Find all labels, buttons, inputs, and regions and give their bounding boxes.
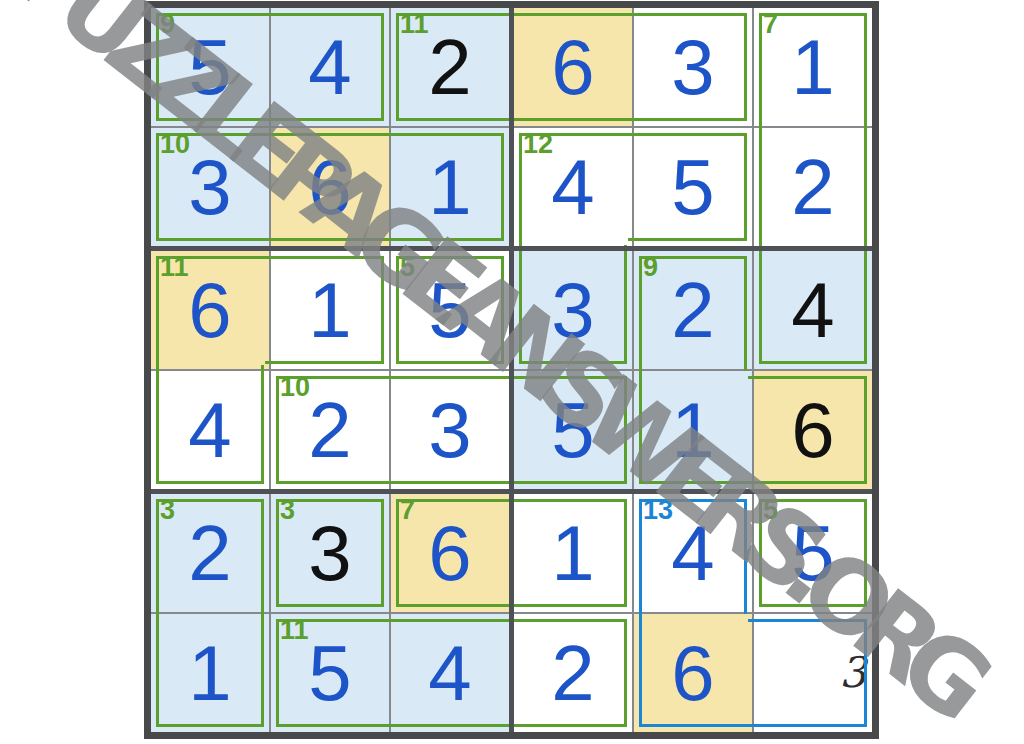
cell-r3c4[interactable]: 3 [514, 251, 632, 369]
cell-value: 1 [791, 28, 834, 106]
killer-sudoku-page: PUZZLEPAGEANSWERS.ORG 954112637110361124… [0, 0, 1024, 744]
cell-r1c3[interactable]: 112 [391, 8, 509, 126]
cell-r4c1[interactable]: 4 [151, 371, 269, 489]
cell-value: 3 [428, 391, 471, 469]
cell-value: 1 [428, 148, 471, 226]
cell-value: 1 [308, 271, 351, 349]
cell-r2c6[interactable]: 2 [754, 128, 872, 246]
cell-value: 5 [188, 28, 231, 106]
cell-r2c5[interactable]: 5 [634, 128, 752, 246]
cell-value: 5 [791, 514, 834, 592]
cage-sum: 12 [523, 131, 553, 158]
cell-r3c2[interactable]: 1 [271, 251, 389, 369]
cell-value: 2 [308, 391, 351, 469]
cage-sum: 10 [280, 374, 310, 401]
cage-sum: 11 [280, 617, 309, 644]
pencil-mark: 3 [839, 648, 866, 697]
cell-value: 6 [188, 271, 231, 349]
box-separator-vertical [509, 8, 514, 732]
cell-r2c4[interactable]: 124 [514, 128, 632, 246]
cell-r4c6[interactable]: 6 [754, 371, 872, 489]
cell-r1c2[interactable]: 4 [271, 8, 389, 126]
cell-r6c2[interactable]: 115 [271, 614, 389, 732]
cell-value: 5 [308, 634, 351, 712]
cell-value: 4 [671, 514, 714, 592]
cell-value: 1 [671, 391, 714, 469]
cage-sum: 10 [160, 131, 190, 158]
cell-value: 6 [671, 634, 714, 712]
cell-value: 1 [551, 514, 594, 592]
cell-r6c1[interactable]: 1 [151, 614, 269, 732]
cell-value: 4 [551, 148, 594, 226]
cell-value: 3 [188, 148, 231, 226]
cell-r1c1[interactable]: 95 [151, 8, 269, 126]
cell-value: 4 [428, 634, 471, 712]
cell-r5c5[interactable]: 134 [634, 494, 752, 612]
cell-r6c5[interactable]: 6 [634, 614, 752, 732]
cell-value: 3 [551, 271, 594, 349]
cage-sum: 11 [400, 11, 429, 38]
cell-value: 5 [671, 148, 714, 226]
cage-sum: 7 [400, 497, 415, 524]
cell-r6c3[interactable]: 4 [391, 614, 509, 732]
cell-r4c5[interactable]: 1 [634, 371, 752, 489]
cell-r1c5[interactable]: 3 [634, 8, 752, 126]
cage-sum: 3 [280, 497, 295, 524]
cell-r6c4[interactable]: 2 [514, 614, 632, 732]
cell-r3c1[interactable]: 116 [151, 251, 269, 369]
cell-r3c5[interactable]: 92 [634, 251, 752, 369]
cell-r3c3[interactable]: 55 [391, 251, 509, 369]
cell-value: 2 [671, 271, 714, 349]
cell-value: 4 [791, 271, 834, 349]
cage-sum: 3 [160, 497, 175, 524]
cell-r5c6[interactable]: 55 [754, 494, 872, 612]
cage-sum: 11 [160, 254, 189, 281]
cell-value: 5 [551, 391, 594, 469]
cell-r6c6[interactable]: 3 [754, 614, 872, 732]
cell-r2c1[interactable]: 103 [151, 128, 269, 246]
cell-r4c3[interactable]: 3 [391, 371, 509, 489]
cell-value: 6 [428, 514, 471, 592]
cell-value: 2 [188, 514, 231, 592]
cage-sum: 9 [643, 254, 658, 281]
cell-r5c3[interactable]: 76 [391, 494, 509, 612]
cell-r4c2[interactable]: 102 [271, 371, 389, 489]
cell-value: 6 [791, 391, 834, 469]
cell-value: 2 [428, 28, 471, 106]
cell-value: 6 [308, 148, 351, 226]
cell-value: 2 [551, 634, 594, 712]
cell-r2c3[interactable]: 1 [391, 128, 509, 246]
cell-r1c6[interactable]: 71 [754, 8, 872, 126]
cell-value: 5 [428, 271, 471, 349]
cage-sum: 5 [763, 497, 778, 524]
cell-value: 6 [551, 28, 594, 106]
killer-sudoku-board: 9541126371103611245211615539244102351632… [144, 1, 879, 739]
cell-r5c4[interactable]: 1 [514, 494, 632, 612]
cell-r1c4[interactable]: 6 [514, 8, 632, 126]
cage-sum: 13 [643, 497, 673, 524]
cell-value: 2 [791, 148, 834, 226]
cage-sum: 5 [400, 254, 415, 281]
cell-r5c2[interactable]: 33 [271, 494, 389, 612]
cage-sum: 9 [160, 11, 175, 38]
cell-value: 4 [308, 28, 351, 106]
cage-sum: 7 [763, 11, 778, 38]
cell-value: 4 [188, 391, 231, 469]
cell-value: 1 [188, 634, 231, 712]
cell-r2c2[interactable]: 6 [271, 128, 389, 246]
cell-r4c4[interactable]: 5 [514, 371, 632, 489]
box-separator-horizontal [151, 489, 872, 494]
cell-r3c6[interactable]: 4 [754, 251, 872, 369]
cell-value: 3 [308, 514, 351, 592]
cell-value: 3 [671, 28, 714, 106]
box-separator-horizontal [151, 246, 872, 251]
cell-r5c1[interactable]: 32 [151, 494, 269, 612]
